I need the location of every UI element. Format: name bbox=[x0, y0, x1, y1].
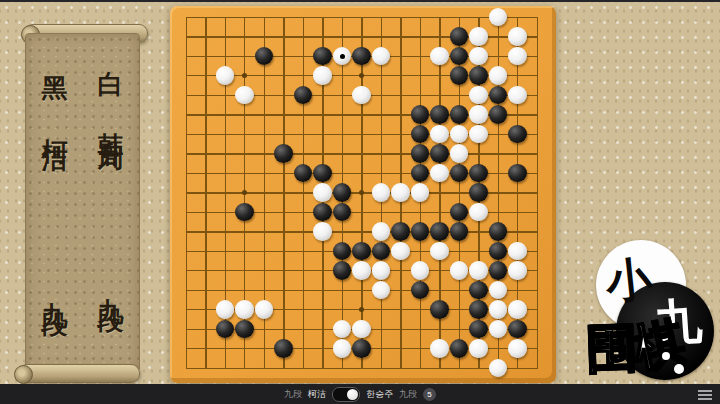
stone-white bbox=[489, 359, 508, 378]
stone-white bbox=[430, 47, 449, 66]
stone-white bbox=[508, 47, 527, 66]
black-player-name: 柯洁 bbox=[40, 118, 70, 132]
bottom-status-bar: 九段 柯洁 한승주 九段 5 bbox=[0, 384, 720, 404]
star-point bbox=[359, 73, 364, 78]
go-board[interactable] bbox=[170, 6, 556, 383]
white-player-rank: 九段 bbox=[96, 278, 126, 292]
stone-black bbox=[489, 261, 508, 280]
player-scroll: 白 韩升周 九段 黑 柯洁 九段 bbox=[18, 24, 148, 382]
white-player-label: 白 bbox=[96, 50, 126, 57]
stone-white bbox=[469, 105, 488, 124]
stone-black bbox=[313, 203, 332, 222]
stone-white bbox=[235, 300, 254, 319]
star-point bbox=[359, 307, 364, 312]
stone-white bbox=[469, 86, 488, 105]
stone-white bbox=[391, 183, 410, 202]
stone-black bbox=[450, 105, 469, 124]
stone-black bbox=[508, 125, 527, 144]
stone-white bbox=[508, 261, 527, 280]
stone-white bbox=[372, 183, 391, 202]
stone-black bbox=[235, 203, 254, 222]
stone-black bbox=[450, 27, 469, 46]
stone-white bbox=[352, 320, 371, 339]
stone-white bbox=[255, 300, 274, 319]
stone-white bbox=[372, 222, 391, 241]
stone-black bbox=[411, 222, 430, 241]
bar-white-rank: 九段 bbox=[399, 388, 417, 401]
white-player-name: 韩升周 bbox=[96, 112, 126, 133]
scroll-curl-icon bbox=[14, 365, 33, 384]
logo-dot bbox=[674, 364, 684, 374]
stone-black bbox=[391, 222, 410, 241]
stone-black bbox=[411, 105, 430, 124]
stone-black bbox=[489, 222, 508, 241]
stone-white bbox=[352, 261, 371, 280]
stone-black bbox=[333, 183, 352, 202]
stone-white bbox=[430, 125, 449, 144]
stone-black bbox=[313, 164, 332, 183]
bar-white-name: 한승주 bbox=[366, 388, 393, 401]
logo-char-xiao: 小 bbox=[603, 248, 655, 314]
stone-black bbox=[469, 281, 488, 300]
star-point bbox=[242, 73, 247, 78]
stone-black bbox=[508, 164, 527, 183]
stone-black bbox=[489, 105, 508, 124]
stone-black bbox=[274, 144, 293, 163]
stone-color-toggle[interactable] bbox=[332, 387, 360, 402]
stone-black bbox=[469, 164, 488, 183]
stone-white bbox=[469, 261, 488, 280]
stone-black bbox=[508, 320, 527, 339]
stone-white bbox=[450, 261, 469, 280]
stone-black bbox=[469, 300, 488, 319]
app-logo: 小 九 围 棋 bbox=[578, 236, 720, 388]
stone-black bbox=[411, 144, 430, 163]
stone-black bbox=[313, 47, 332, 66]
stone-white bbox=[411, 261, 430, 280]
stone-white bbox=[235, 86, 254, 105]
bar-black-rank: 九段 bbox=[284, 388, 302, 401]
stone-white bbox=[469, 203, 488, 222]
stone-black bbox=[430, 105, 449, 124]
stone-white bbox=[469, 125, 488, 144]
stone-black bbox=[450, 222, 469, 241]
stone-white bbox=[430, 242, 449, 261]
stone-black bbox=[469, 183, 488, 202]
stone-black bbox=[469, 320, 488, 339]
star-point bbox=[359, 190, 364, 195]
stone-black bbox=[235, 320, 254, 339]
stone-white bbox=[313, 183, 332, 202]
stone-white bbox=[430, 339, 449, 358]
stone-white bbox=[313, 66, 332, 85]
stone-white bbox=[216, 300, 235, 319]
stone-black bbox=[450, 339, 469, 358]
hamburger-menu-icon[interactable] bbox=[698, 388, 712, 400]
star-point bbox=[242, 190, 247, 195]
stone-black bbox=[352, 47, 371, 66]
stone-white bbox=[411, 183, 430, 202]
stone-white bbox=[372, 261, 391, 280]
stone-white bbox=[333, 339, 352, 358]
stone-black bbox=[352, 339, 371, 358]
stone-white bbox=[352, 86, 371, 105]
top-border-strip bbox=[0, 0, 720, 2]
stone-white bbox=[489, 300, 508, 319]
bar-black-name: 柯洁 bbox=[308, 388, 326, 401]
stone-white bbox=[508, 86, 527, 105]
black-player-label: 黑 bbox=[40, 56, 70, 63]
stone-white bbox=[508, 300, 527, 319]
stone-black bbox=[430, 222, 449, 241]
stone-black bbox=[469, 66, 488, 85]
stone-white bbox=[508, 339, 527, 358]
stone-white bbox=[508, 242, 527, 261]
stone-black bbox=[274, 339, 293, 358]
stone-white bbox=[489, 66, 508, 85]
stone-black bbox=[430, 300, 449, 319]
stone-white bbox=[391, 242, 410, 261]
stone-white bbox=[450, 144, 469, 163]
stone-black bbox=[430, 144, 449, 163]
toggle-knob-white-stone-icon bbox=[347, 389, 358, 400]
stone-black bbox=[333, 261, 352, 280]
stone-black bbox=[450, 66, 469, 85]
stone-white bbox=[469, 339, 488, 358]
stone-white bbox=[469, 27, 488, 46]
stone-white bbox=[313, 222, 332, 241]
stone-white bbox=[216, 66, 235, 85]
last-move-marker bbox=[340, 54, 345, 59]
stone-white bbox=[508, 27, 527, 46]
logo-dot bbox=[662, 352, 670, 360]
stone-white bbox=[430, 164, 449, 183]
scroll-bottom-roll bbox=[18, 364, 140, 383]
scroll-body: 白 韩升周 九段 黑 柯洁 九段 bbox=[25, 33, 140, 372]
stone-white bbox=[469, 47, 488, 66]
stone-black bbox=[352, 242, 371, 261]
go-app-window: 白 韩升周 九段 黑 柯洁 九段 小 九 围 棋 九段 柯洁 한승주 九段 5 bbox=[0, 0, 720, 404]
move-count-badge: 5 bbox=[423, 388, 436, 401]
black-player-rank: 九段 bbox=[40, 282, 70, 296]
